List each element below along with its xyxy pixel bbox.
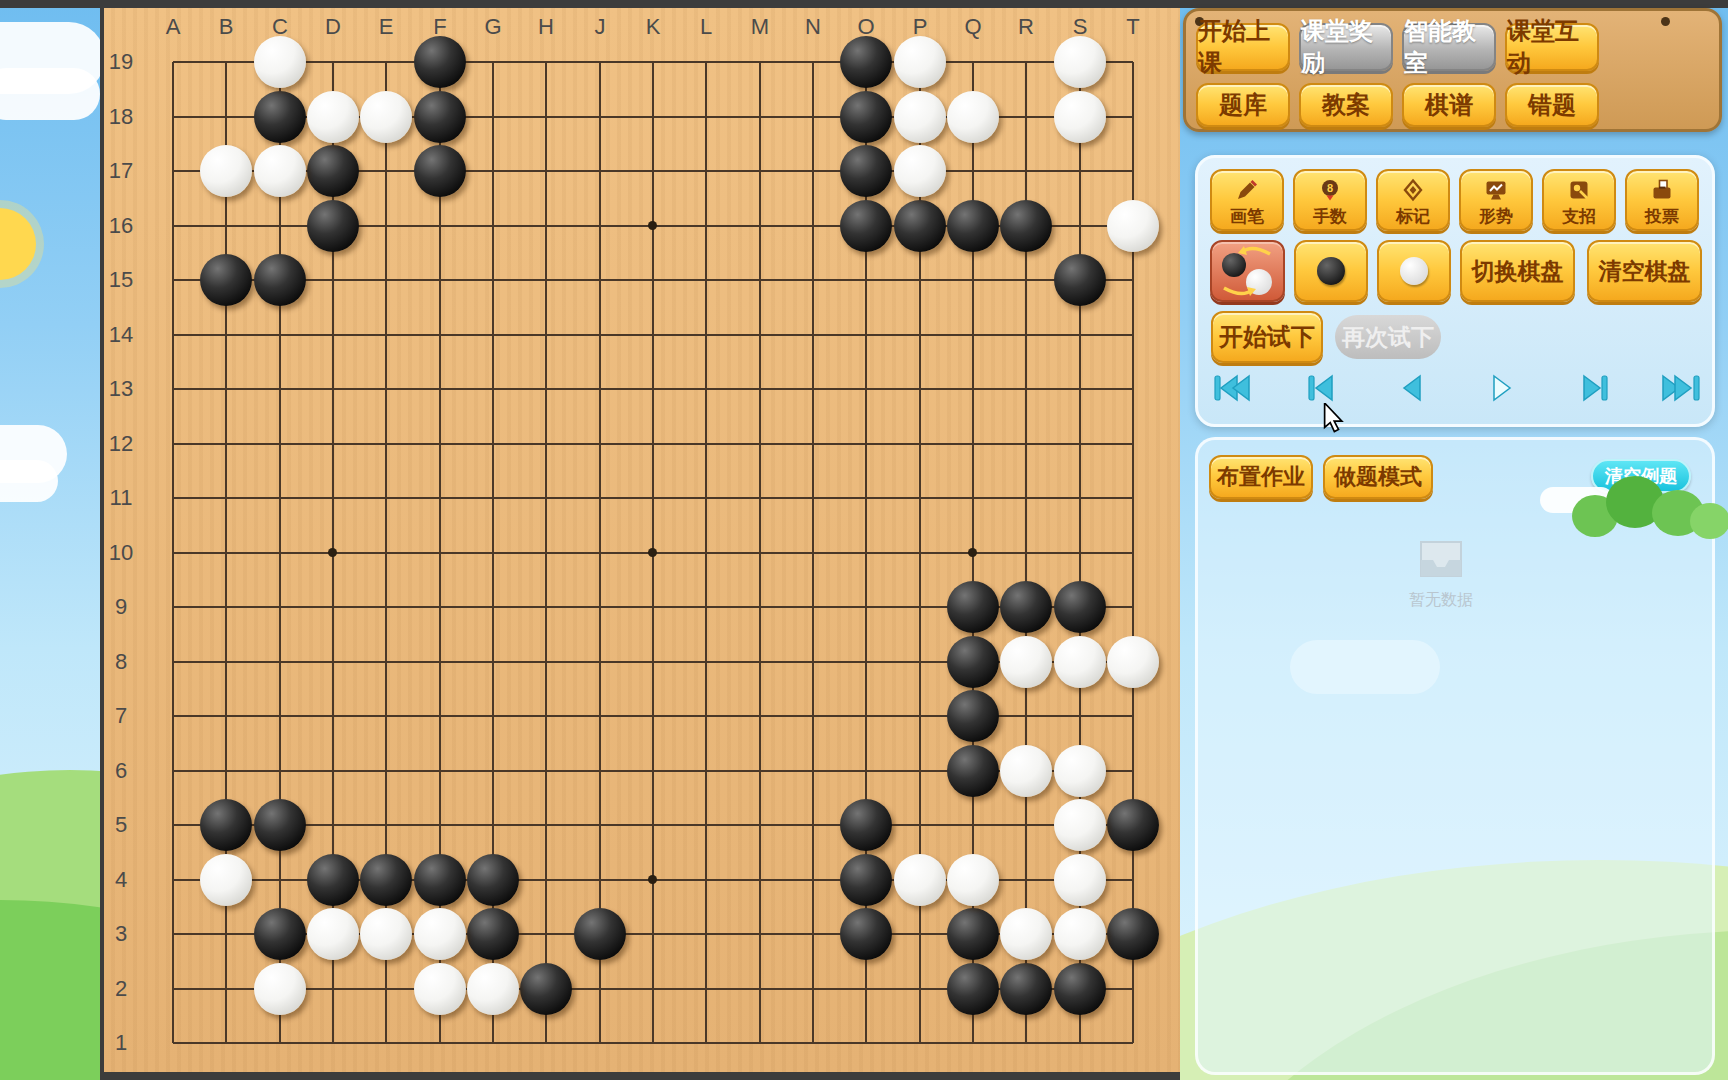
column-label: N — [798, 14, 828, 40]
prev-move-button[interactable] — [1391, 371, 1435, 405]
row-label: 2 — [91, 976, 151, 1002]
row-label: 17 — [91, 158, 151, 184]
black-stone[interactable] — [947, 745, 999, 797]
white-stone[interactable] — [1107, 636, 1159, 688]
column-label: A — [158, 14, 188, 40]
sign-button[interactable]: 教案 — [1299, 83, 1393, 127]
black-stone[interactable] — [414, 145, 466, 197]
row-label: 7 — [91, 703, 151, 729]
white-stone[interactable] — [414, 908, 466, 960]
row-label: 12 — [91, 431, 151, 457]
black-stone[interactable] — [307, 200, 359, 252]
black-stone[interactable] — [414, 91, 466, 143]
支招-tool-button[interactable]: 支招 — [1542, 169, 1616, 231]
row-label: 14 — [91, 322, 151, 348]
black-stone[interactable] — [947, 690, 999, 742]
row-label: 4 — [91, 867, 151, 893]
white-stone[interactable] — [947, 91, 999, 143]
black-stone[interactable] — [840, 36, 892, 88]
fast-back-icon — [1303, 374, 1345, 402]
black-stone[interactable] — [1054, 254, 1106, 306]
black-stone[interactable] — [840, 91, 892, 143]
column-label: L — [691, 14, 721, 40]
black-stone[interactable] — [1107, 799, 1159, 851]
black-stone[interactable] — [1000, 200, 1052, 252]
black-stone[interactable] — [467, 908, 519, 960]
column-label: G — [478, 14, 508, 40]
black-stone[interactable] — [947, 963, 999, 1015]
white-stone[interactable] — [200, 854, 252, 906]
black-stone-icon — [1317, 257, 1345, 285]
white-stone[interactable] — [254, 145, 306, 197]
black-stone[interactable] — [414, 36, 466, 88]
sign-button[interactable]: 题库 — [1196, 83, 1290, 127]
white-stone[interactable] — [414, 963, 466, 1015]
tool-label: 投票 — [1645, 208, 1679, 226]
标记-tool-button[interactable]: 标记 — [1376, 169, 1450, 231]
black-stone[interactable] — [467, 854, 519, 906]
board-bottom-edge — [100, 1072, 1180, 1080]
territory-icon — [1483, 178, 1509, 207]
column-label: J — [585, 14, 615, 40]
white-stone[interactable] — [307, 908, 359, 960]
black-stone[interactable] — [947, 636, 999, 688]
quiz-mode-button[interactable]: 做题模式 — [1323, 455, 1433, 499]
first-move-button[interactable] — [1212, 371, 1256, 405]
pencil-icon — [1234, 178, 1260, 207]
empty-box-icon — [1414, 536, 1468, 582]
row-label: 1 — [91, 1030, 151, 1056]
star-point — [328, 548, 337, 557]
形势-tool-button[interactable]: 形势 — [1459, 169, 1533, 231]
black-stone[interactable] — [200, 799, 252, 851]
mark-icon — [1400, 178, 1426, 207]
white-stone[interactable] — [1000, 745, 1052, 797]
black-stone[interactable] — [1000, 963, 1052, 1015]
column-label: R — [1011, 14, 1041, 40]
black-stone-button[interactable] — [1294, 240, 1368, 302]
black-stone[interactable] — [840, 200, 892, 252]
black-stone[interactable] — [1054, 963, 1106, 1015]
black-stone[interactable] — [1054, 581, 1106, 633]
white-stone[interactable] — [1107, 200, 1159, 252]
画笔-tool-button[interactable]: 画笔 — [1210, 169, 1284, 231]
white-stone[interactable] — [894, 145, 946, 197]
white-stone[interactable] — [467, 963, 519, 1015]
retry-trial-button[interactable]: 再次试下 — [1335, 315, 1441, 359]
column-label: K — [638, 14, 668, 40]
grid-line — [173, 824, 1133, 826]
last-move-icon — [1661, 374, 1703, 402]
black-stone[interactable] — [254, 799, 306, 851]
sign-button[interactable]: 棋谱 — [1402, 83, 1496, 127]
white-stone[interactable] — [360, 908, 412, 960]
column-label: T — [1118, 14, 1148, 40]
row-label: 5 — [91, 812, 151, 838]
grid-line — [705, 62, 707, 1043]
black-stone[interactable] — [574, 908, 626, 960]
row-label: 9 — [91, 594, 151, 620]
move-number-icon: 8 — [1317, 178, 1343, 207]
star-point — [648, 548, 657, 557]
last-move-button[interactable] — [1660, 371, 1704, 405]
swap-arrows-icon — [1212, 242, 1283, 300]
mouse-cursor — [1322, 403, 1346, 437]
white-stone-button[interactable] — [1377, 240, 1451, 302]
sign-button[interactable]: 开始上课 — [1196, 23, 1290, 71]
first-move-icon — [1213, 374, 1255, 402]
清空棋盘-button[interactable]: 清空棋盘 — [1587, 240, 1702, 302]
white-stone[interactable] — [254, 963, 306, 1015]
white-stone[interactable] — [894, 36, 946, 88]
star-point — [968, 548, 977, 557]
black-stone[interactable] — [200, 254, 252, 306]
tool-panel: 画笔8手数标记形势支招投票 切换棋盘清空棋盘 开始试下再次试下 — [1195, 155, 1715, 427]
sign-button[interactable]: 错题 — [1505, 83, 1599, 127]
grid-line — [173, 1042, 1133, 1044]
row-label: 19 — [91, 49, 151, 75]
star-point — [648, 221, 657, 230]
grid-line — [759, 62, 761, 1043]
tool-label: 手数 — [1313, 208, 1347, 226]
手数-tool-button[interactable]: 8手数 — [1293, 169, 1367, 231]
black-stone[interactable] — [1107, 908, 1159, 960]
hint-icon — [1566, 178, 1592, 207]
black-stone[interactable] — [360, 854, 412, 906]
homework-panel: 布置作业 做题模式 清空例题 暂无数据 — [1195, 437, 1715, 1075]
black-stone[interactable] — [520, 963, 572, 1015]
black-stone[interactable] — [307, 145, 359, 197]
sign-button[interactable]: 课堂互动 — [1505, 23, 1599, 71]
column-label: E — [371, 14, 401, 40]
vote-icon — [1649, 178, 1675, 207]
swap-stones-button[interactable] — [1210, 240, 1285, 302]
white-stone[interactable] — [1054, 799, 1106, 851]
white-stone[interactable] — [1054, 745, 1106, 797]
next-move-icon — [1482, 374, 1524, 402]
black-stone[interactable] — [307, 854, 359, 906]
class-sign-panel: 开始上课课堂奖励智能教室课堂互动 题库教案棋谱错题 — [1183, 8, 1722, 132]
black-stone[interactable] — [254, 908, 306, 960]
black-stone[interactable] — [947, 581, 999, 633]
white-stone[interactable] — [1000, 908, 1052, 960]
board-top-edge — [0, 0, 1728, 8]
black-stone[interactable] — [894, 200, 946, 252]
black-stone[interactable] — [254, 254, 306, 306]
row-label: 13 — [91, 376, 151, 402]
row-label: 8 — [91, 649, 151, 675]
white-stone[interactable] — [1054, 36, 1106, 88]
row-label: 15 — [91, 267, 151, 293]
grid-line — [812, 62, 814, 1043]
white-stone[interactable] — [254, 36, 306, 88]
tool-label: 画笔 — [1230, 208, 1264, 226]
white-stone[interactable] — [947, 854, 999, 906]
empty-state-text: 暂无数据 — [1381, 590, 1501, 611]
black-stone[interactable] — [414, 854, 466, 906]
row-label: 11 — [91, 485, 151, 511]
next-move-button[interactable] — [1481, 371, 1525, 405]
nail-icon — [1661, 17, 1670, 26]
white-stone[interactable] — [360, 91, 412, 143]
white-stone-icon — [1400, 257, 1428, 285]
tool-label: 形势 — [1479, 208, 1513, 226]
white-stone[interactable] — [307, 91, 359, 143]
white-stone[interactable] — [1054, 908, 1106, 960]
tool-label: 支招 — [1562, 208, 1596, 226]
row-label: 3 — [91, 921, 151, 947]
black-stone[interactable] — [840, 799, 892, 851]
white-stone[interactable] — [200, 145, 252, 197]
black-stone[interactable] — [840, 854, 892, 906]
white-stone[interactable] — [1054, 91, 1106, 143]
sign-button[interactable]: 智能教室 — [1402, 23, 1496, 71]
row-label: 16 — [91, 213, 151, 239]
black-stone[interactable] — [947, 200, 999, 252]
white-stone[interactable] — [894, 91, 946, 143]
black-stone[interactable] — [254, 91, 306, 143]
fast-forward-icon — [1571, 374, 1613, 402]
assign-homework-button[interactable]: 布置作业 — [1209, 455, 1313, 499]
star-point — [648, 875, 657, 884]
column-label: H — [531, 14, 561, 40]
column-label: B — [211, 14, 241, 40]
prev-move-icon — [1392, 374, 1434, 402]
row-label: 10 — [91, 540, 151, 566]
white-stone[interactable] — [1054, 636, 1106, 688]
column-label: D — [318, 14, 348, 40]
切换棋盘-button[interactable]: 切换棋盘 — [1460, 240, 1575, 302]
svg-text:8: 8 — [1327, 182, 1333, 194]
column-label: M — [745, 14, 775, 40]
fast-forward-button[interactable] — [1570, 371, 1614, 405]
white-stone[interactable] — [894, 854, 946, 906]
投票-tool-button[interactable]: 投票 — [1625, 169, 1699, 231]
black-stone[interactable] — [1000, 581, 1052, 633]
black-stone[interactable] — [947, 908, 999, 960]
fast-back-button[interactable] — [1302, 371, 1346, 405]
white-stone[interactable] — [1054, 854, 1106, 906]
tool-label: 标记 — [1396, 208, 1430, 226]
black-stone[interactable] — [840, 145, 892, 197]
empty-state: 暂无数据 — [1381, 536, 1501, 611]
sign-button[interactable]: 课堂奖励 — [1299, 23, 1393, 71]
column-label: Q — [958, 14, 988, 40]
black-stone[interactable] — [840, 908, 892, 960]
row-label: 18 — [91, 104, 151, 130]
row-label: 6 — [91, 758, 151, 784]
white-stone[interactable] — [1000, 636, 1052, 688]
bush — [1690, 503, 1728, 539]
start-trial-button[interactable]: 开始试下 — [1211, 311, 1323, 363]
